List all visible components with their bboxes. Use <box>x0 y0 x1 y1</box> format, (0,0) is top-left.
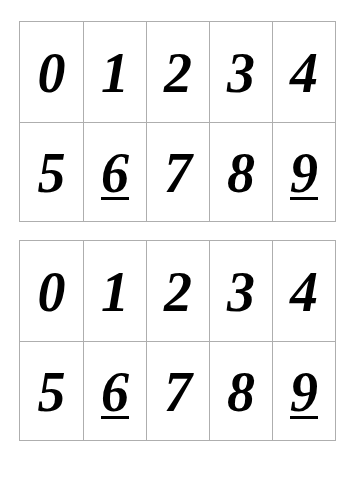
digit-text-0: 0 <box>38 262 66 320</box>
digit-card-6: 6 <box>83 341 146 441</box>
digit-text-4: 4 <box>290 262 318 320</box>
digit-text-9: 9 <box>290 143 318 201</box>
digit-card-8: 8 <box>209 341 272 441</box>
digit-card-5: 5 <box>20 122 83 222</box>
digit-card-3: 3 <box>209 22 272 122</box>
digit-text-1: 1 <box>101 262 129 320</box>
digit-text-5: 5 <box>38 362 66 420</box>
digit-card-5: 5 <box>20 341 83 441</box>
digit-text-9: 9 <box>290 362 318 420</box>
digit-card-1: 1 <box>83 22 146 122</box>
digit-text-4: 4 <box>290 43 318 101</box>
digit-card-7: 7 <box>146 341 209 441</box>
digit-card-6: 6 <box>83 122 146 222</box>
digit-card-2: 2 <box>146 22 209 122</box>
digit-text-6: 6 <box>101 362 129 420</box>
digit-text-8: 8 <box>227 143 255 201</box>
digit-card-8: 8 <box>209 122 272 222</box>
digit-card-set-2: 0 1 2 3 4 5 6 7 8 9 <box>19 240 336 441</box>
digit-text-3: 3 <box>227 43 255 101</box>
digit-card-4: 4 <box>272 22 335 122</box>
digit-card-0: 0 <box>20 22 83 122</box>
digit-card-9: 9 <box>272 341 335 441</box>
digit-card-1: 1 <box>83 241 146 341</box>
digit-text-5: 5 <box>38 143 66 201</box>
digit-card-set-1: 0 1 2 3 4 5 6 7 8 9 <box>19 21 336 222</box>
digit-card-2: 2 <box>146 241 209 341</box>
digit-card-7: 7 <box>146 122 209 222</box>
digit-text-2: 2 <box>164 262 192 320</box>
digit-card-4: 4 <box>272 241 335 341</box>
digit-text-8: 8 <box>227 362 255 420</box>
digit-text-2: 2 <box>164 43 192 101</box>
digit-card-3: 3 <box>209 241 272 341</box>
digit-text-0: 0 <box>38 43 66 101</box>
digit-text-7: 7 <box>164 143 192 201</box>
digit-text-3: 3 <box>227 262 255 320</box>
digit-text-6: 6 <box>101 143 129 201</box>
digit-card-0: 0 <box>20 241 83 341</box>
digit-text-7: 7 <box>164 362 192 420</box>
digit-card-9: 9 <box>272 122 335 222</box>
digit-text-1: 1 <box>101 43 129 101</box>
